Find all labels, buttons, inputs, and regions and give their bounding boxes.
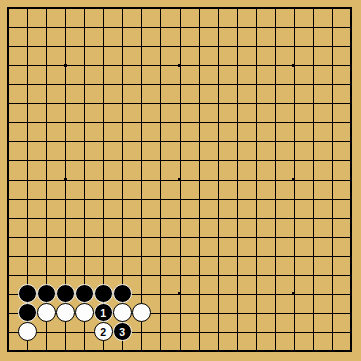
stone-white (113, 303, 132, 322)
star-point (178, 64, 181, 67)
go-board: 123 (0, 0, 361, 361)
stone-black (94, 284, 113, 303)
stone-move-number: 2 (100, 327, 106, 338)
stone-white-numbered: 2 (94, 322, 113, 341)
star-point (292, 292, 295, 295)
star-point (292, 64, 295, 67)
stone-black (56, 284, 75, 303)
stone-black (18, 284, 37, 303)
stone-black (18, 303, 37, 322)
stone-black (75, 284, 94, 303)
stone-white (56, 303, 75, 322)
stone-black-numbered: 3 (113, 322, 132, 341)
stone-black (37, 284, 56, 303)
star-point (64, 64, 67, 67)
stone-white (18, 322, 37, 341)
stone-black-numbered: 1 (94, 303, 113, 322)
star-point (292, 178, 295, 181)
stone-move-number: 1 (100, 308, 106, 319)
stone-white (75, 303, 94, 322)
star-point (178, 292, 181, 295)
star-point (178, 178, 181, 181)
stone-white (37, 303, 56, 322)
stone-black (113, 284, 132, 303)
stone-white (132, 303, 151, 322)
go-board-grid[interactable]: 123 (0, 0, 360, 360)
star-point (64, 178, 67, 181)
stone-move-number: 3 (119, 327, 125, 338)
